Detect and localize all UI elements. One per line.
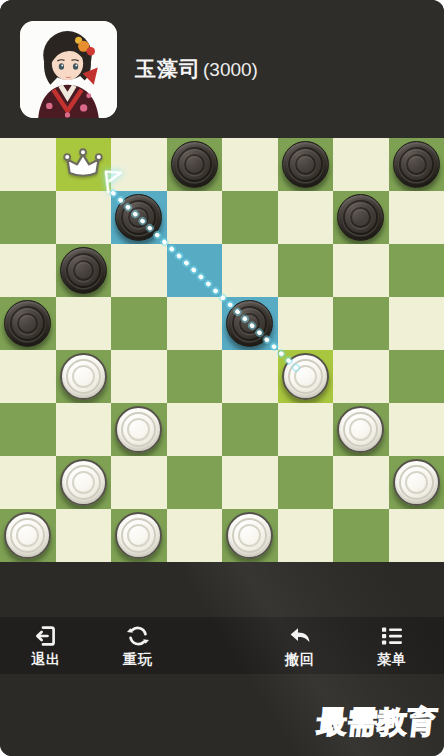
square-1-4[interactable] [222,191,278,244]
square-3-2[interactable] [111,297,167,350]
square-3-7[interactable] [389,297,444,350]
square-0-6[interactable] [333,138,389,191]
watermark: 最需教育 [315,702,439,743]
white-piece[interactable] [60,459,107,506]
square-3-1[interactable] [56,297,112,350]
undo-icon [287,623,313,649]
square-2-1[interactable] [56,244,112,297]
menu-label: 菜单 [377,651,407,669]
avatar-girl-illustration [20,21,117,118]
square-1-6[interactable] [333,191,389,244]
black-piece[interactable] [337,194,384,241]
avatar [20,21,117,118]
black-piece[interactable] [282,141,329,188]
square-7-5[interactable] [278,509,334,562]
replay-label: 重玩 [123,651,153,669]
white-piece[interactable] [60,353,107,400]
replay-icon [125,623,151,649]
square-4-2[interactable] [111,350,167,403]
square-5-7[interactable] [389,403,444,456]
square-7-1[interactable] [56,509,112,562]
square-5-1[interactable] [56,403,112,456]
square-6-6[interactable] [333,456,389,509]
square-6-2[interactable] [111,456,167,509]
square-7-0[interactable] [0,509,56,562]
square-2-7[interactable] [389,244,444,297]
square-0-1[interactable] [56,138,112,191]
square-4-1[interactable] [56,350,112,403]
white-piece[interactable] [337,406,384,453]
square-6-7[interactable] [389,456,444,509]
square-1-7[interactable] [389,191,444,244]
menu-button[interactable]: 菜单 [366,623,418,669]
square-2-3[interactable] [167,244,223,297]
square-4-7[interactable] [389,350,444,403]
square-4-3[interactable] [167,350,223,403]
toolbar: 退出 重玩 [0,617,444,674]
king-crown-icon [62,148,104,182]
black-piece[interactable] [171,141,218,188]
square-7-6[interactable] [333,509,389,562]
menu-list-icon [379,623,405,649]
square-2-5[interactable] [278,244,334,297]
black-piece[interactable] [115,194,162,241]
white-piece[interactable] [4,512,51,559]
exit-button[interactable]: 退出 [20,623,72,669]
square-0-0[interactable] [0,138,56,191]
square-7-2[interactable] [111,509,167,562]
checkers-board [0,138,444,562]
square-5-0[interactable] [0,403,56,456]
player-bar: 玉藻司 (3000) [0,0,444,138]
square-2-2[interactable] [111,244,167,297]
square-6-0[interactable] [0,456,56,509]
black-piece[interactable] [393,141,440,188]
square-5-5[interactable] [278,403,334,456]
square-7-7[interactable] [389,509,444,562]
square-0-3[interactable] [167,138,223,191]
square-3-3[interactable] [167,297,223,350]
square-0-4[interactable] [222,138,278,191]
square-5-6[interactable] [333,403,389,456]
undo-button[interactable]: 撤回 [274,623,326,669]
white-piece[interactable] [115,406,162,453]
square-1-2[interactable] [111,191,167,244]
square-3-4[interactable] [222,297,278,350]
square-6-5[interactable] [278,456,334,509]
square-6-1[interactable] [56,456,112,509]
square-1-5[interactable] [278,191,334,244]
white-piece[interactable] [226,512,273,559]
board-area [0,138,444,562]
player-name: 玉藻司 [135,55,201,83]
replay-button[interactable]: 重玩 [112,623,164,669]
square-1-0[interactable] [0,191,56,244]
square-0-5[interactable] [278,138,334,191]
square-1-1[interactable] [56,191,112,244]
undo-label: 撤回 [285,651,315,669]
square-4-4[interactable] [222,350,278,403]
square-7-4[interactable] [222,509,278,562]
toolbar-left-group: 退出 重玩 [20,623,164,669]
square-4-0[interactable] [0,350,56,403]
white-piece[interactable] [115,512,162,559]
square-5-4[interactable] [222,403,278,456]
square-2-4[interactable] [222,244,278,297]
exit-label: 退出 [31,651,61,669]
square-6-4[interactable] [222,456,278,509]
square-2-6[interactable] [333,244,389,297]
square-3-6[interactable] [333,297,389,350]
player-info: 玉藻司 (3000) [135,55,258,83]
exit-icon [33,623,59,649]
black-piece[interactable] [4,300,51,347]
checkers-app: 玉藻司 (3000) 退出 [0,0,444,756]
white-piece[interactable] [282,353,329,400]
square-4-6[interactable] [333,350,389,403]
square-3-5[interactable] [278,297,334,350]
square-5-3[interactable] [167,403,223,456]
black-piece[interactable] [226,300,273,347]
square-0-2[interactable] [111,138,167,191]
toolbar-right-group: 撤回 [274,623,418,669]
square-2-0[interactable] [0,244,56,297]
player-rating: (3000) [203,59,258,81]
square-0-7[interactable] [389,138,444,191]
square-4-5[interactable] [278,350,334,403]
white-piece[interactable] [393,459,440,506]
square-1-3[interactable] [167,191,223,244]
black-piece[interactable] [60,247,107,294]
square-6-3[interactable] [167,456,223,509]
lower-panel: 退出 重玩 [0,562,444,756]
square-7-3[interactable] [167,509,223,562]
square-3-0[interactable] [0,297,56,350]
square-5-2[interactable] [111,403,167,456]
